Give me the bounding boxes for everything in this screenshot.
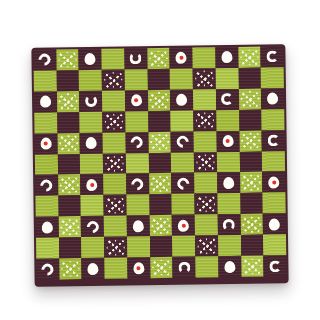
square-r6c11 [262,151,285,172]
square-r1c6 [147,48,170,69]
square-r2c8 [193,68,216,89]
cross-stitch-x-motif [103,153,126,174]
cowrie-shell-open [36,52,53,69]
square-r8c4 [104,195,127,216]
cowrie-shell [269,218,280,230]
square-r7c7 [171,173,194,194]
square-r1c8 [192,47,215,68]
square-r8c8 [194,194,217,215]
square-r5c10 [239,130,262,151]
square-r7c4 [103,174,126,195]
cowrie-shell-red-dot [131,95,142,107]
cross-stitch-x-motif [193,110,216,131]
square-r10c10 [241,235,264,256]
square-r5c3 [80,132,103,153]
cross-stitch-x-motif [147,48,170,69]
cowrie-shell-red-dot [133,262,144,274]
square-r11c6 [150,257,173,278]
square-r9c10 [240,214,263,235]
stitch-dots [206,245,208,247]
cowrie-shell [221,51,232,63]
square-r10c11 [263,234,286,255]
stitch-dots [115,246,117,248]
square-r7c3 [81,174,104,195]
square-r5c7 [171,131,194,152]
square-r10c8 [195,235,218,256]
square-r2c6 [147,69,170,90]
cowrie-shell-open [178,261,190,273]
cowrie-shell-open [85,95,97,107]
square-r2c3 [79,70,102,91]
stitch-dots [68,142,70,144]
square-r9c7 [172,215,195,236]
square-r9c4 [104,216,127,237]
square-r8c6 [149,194,172,215]
stitch-dots [250,182,252,184]
square-r4c5 [125,111,148,132]
cowrie-shell-red-dot [222,135,233,147]
cowrie-shell-open [174,133,191,150]
square-r1c9 [215,47,238,68]
cross-stitch-x-motif [239,130,262,151]
stitch-dots [67,101,69,103]
cross-stitch-x-motif [149,173,172,194]
stitch-dots [204,120,206,122]
cross-stitch-x-motif [194,152,217,173]
cross-stitch-x-motif [57,91,80,112]
square-r11c10 [241,256,264,277]
cross-stitch-x-motif [195,235,218,256]
stitch-dots [158,99,160,101]
cowrie-shell-red-dot [178,219,189,231]
square-r4c1 [34,112,57,133]
cross-stitch-x-motif [241,256,264,277]
square-r3c11 [261,88,284,109]
square-r9c2 [58,216,81,237]
cowrie-shell-open [269,260,281,272]
square-r9c1 [36,217,59,238]
square-r7c5 [126,174,149,195]
cowrie-shell-open [128,134,145,151]
square-r5c8 [194,131,217,152]
square-r6c3 [80,153,103,174]
cowrie-shell-open [130,53,142,65]
cross-stitch-x-motif [238,88,261,109]
square-r3c8 [193,89,216,110]
square-r6c5 [126,153,149,174]
square-r2c9 [215,68,238,89]
square-r11c4 [104,258,127,279]
stitch-dots [159,141,161,143]
stitch-dots [112,79,114,81]
square-r1c2 [56,49,79,70]
stitch-dots [250,140,252,142]
stitch-dots [203,78,205,80]
square-r7c6 [149,173,172,194]
square-r3c4 [102,90,125,111]
cowrie-shell [40,96,51,108]
square-r10c5 [127,236,150,257]
square-r9c8 [195,214,218,235]
square-r9c9 [218,214,241,235]
square-r2c7 [170,68,193,89]
square-r11c1 [36,258,59,279]
stitch-dots [114,205,116,207]
square-r1c11 [261,46,284,67]
square-r3c6 [148,90,171,111]
square-r4c10 [239,109,262,130]
stitch-dots [161,267,163,269]
board [33,46,286,279]
square-r4c3 [80,112,103,133]
cowrie-shell [86,137,97,149]
cross-stitch-x-motif [149,215,172,236]
square-r8c11 [263,193,286,214]
cowrie-shell [42,221,53,233]
cross-stitch-x-motif [240,214,263,235]
square-r2c10 [238,67,261,88]
square-r1c1 [33,49,56,70]
square-r1c3 [79,49,102,70]
square-r10c3 [81,237,104,258]
cowrie-shell-open [39,261,56,278]
square-r3c5 [125,90,148,111]
cross-stitch-x-motif [104,237,127,258]
square-r7c10 [240,172,263,193]
cross-stitch-x-motif [104,195,127,216]
square-r7c1 [35,175,58,196]
stitch-dots [70,268,72,270]
square-r3c9 [216,89,239,110]
stitch-dots [248,56,250,58]
stitch-dots [114,163,116,165]
square-r6c4 [103,153,126,174]
cross-stitch-x-motif [148,90,171,111]
square-r10c2 [59,237,82,258]
square-r9c5 [127,215,150,236]
square-r9c3 [81,216,104,237]
cross-stitch-x-motif [150,257,173,278]
square-r4c4 [102,111,125,132]
square-r5c2 [57,133,80,154]
square-r6c2 [58,154,81,175]
square-r9c11 [263,214,286,235]
square-r11c3 [82,258,105,279]
square-r5c6 [148,131,171,152]
cowrie-shell-open [84,218,101,235]
square-r3c10 [238,88,261,109]
square-r2c1 [34,70,57,91]
square-r10c9 [218,235,241,256]
cowrie-shell [133,220,144,232]
cowrie-shell-open [221,93,233,105]
square-r8c1 [35,196,58,217]
cross-stitch-x-motif [102,69,125,90]
square-r4c8 [193,110,216,131]
square-r6c9 [217,151,240,172]
cross-stitch-x-motif [59,258,82,279]
cross-stitch-x-motif [194,194,217,215]
square-r2c5 [125,69,148,90]
stitch-dots [251,224,253,226]
square-r3c2 [57,91,80,112]
square-r7c8 [194,173,217,194]
square-r4c2 [57,112,80,133]
square-r6c1 [35,154,58,175]
square-r10c6 [150,236,173,257]
cowrie-shell-open [223,219,235,231]
square-r2c11 [261,67,284,88]
cowrie-shell-open [129,176,146,193]
square-r11c7 [173,257,196,278]
square-r6c10 [239,151,262,172]
product-photo [0,0,320,320]
cross-stitch-x-motif [193,68,216,89]
square-r2c2 [56,70,79,91]
square-r4c7 [171,110,194,131]
cowrie-shell [85,53,96,65]
square-r5c11 [262,130,285,151]
square-r10c4 [104,237,127,258]
cross-stitch-x-motif [240,172,263,193]
square-r1c7 [170,48,193,69]
cowrie-shell-open [267,134,279,146]
cowrie-shell [224,260,235,272]
square-r5c9 [216,131,239,152]
cowrie-shell-red-dot [40,138,51,150]
stitch-dots [68,184,70,186]
cross-stitch-x-motif [56,49,79,70]
square-r10c7 [172,236,195,257]
stitch-dots [204,161,206,163]
square-r5c1 [35,133,58,154]
stitch-dots [205,203,207,205]
square-r5c5 [125,132,148,153]
square-r1c5 [124,48,147,69]
square-r11c5 [127,257,150,278]
cowrie-shell [176,94,187,106]
cowrie-shell-red-dot [176,52,187,64]
square-r9c6 [149,215,172,236]
cowrie-shell-red-dot [268,176,279,188]
stitch-dots [158,58,160,60]
fabric-game-cloth [31,44,288,287]
square-r3c3 [79,91,102,112]
square-r8c2 [58,195,81,216]
cowrie-shell [223,177,234,189]
stitch-dots [251,265,253,267]
square-r11c8 [195,256,218,277]
stitch-dots [67,59,69,61]
square-r6c8 [194,152,217,173]
square-r8c9 [217,193,240,214]
cowrie-shell [267,93,278,105]
cross-stitch-x-motif [102,111,125,132]
square-r4c9 [216,110,239,131]
square-r10c1 [36,238,59,259]
cross-stitch-x-motif [58,175,81,196]
cowrie-shell-open [174,175,191,192]
stitch-dots [160,225,162,227]
stitch-dots [159,183,161,185]
cowrie-shell-red-dot [86,179,97,191]
square-r5c4 [103,132,126,153]
square-r11c11 [264,255,287,276]
square-r4c6 [148,111,171,132]
cross-stitch-x-motif [58,216,81,237]
cross-stitch-x-motif [148,131,171,152]
cross-stitch-x-motif [238,47,261,68]
square-r6c7 [171,152,194,173]
square-r8c3 [81,195,104,216]
stitch-dots [113,121,115,123]
square-r11c2 [59,258,82,279]
square-r8c10 [240,193,263,214]
cowrie-shell-open [266,51,278,63]
square-r6c6 [148,152,171,173]
square-r4c11 [261,109,284,130]
stitch-dots [69,226,71,228]
square-r1c4 [102,48,125,69]
square-r7c9 [217,172,240,193]
square-r8c7 [172,194,195,215]
square-r2c4 [102,69,125,90]
square-r1c10 [238,47,261,68]
stitch-dots [249,98,251,100]
square-r11c9 [218,256,241,277]
square-r7c2 [58,175,81,196]
cowrie-shell-open [38,177,55,194]
square-r7c11 [262,172,285,193]
square-r3c7 [170,89,193,110]
square-r8c5 [126,195,149,216]
cowrie-shell [88,262,99,274]
cross-stitch-x-motif [57,133,80,154]
square-r3c1 [34,91,57,112]
